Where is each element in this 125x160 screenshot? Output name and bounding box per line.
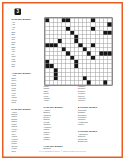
empty-cell [70,43,74,47]
empty-cell [46,35,50,39]
empty-cell [62,72,66,76]
empty-cell [62,35,66,39]
empty-cell [95,23,99,27]
empty-cell [91,72,95,76]
empty-cell [79,31,83,35]
empty-cell [79,77,83,81]
empty-cell [87,72,91,76]
empty-cell [66,23,70,27]
empty-cell [62,52,66,56]
black-cell [54,72,58,76]
empty-cell [83,64,87,68]
empty-cell [83,19,87,23]
empty-cell [108,64,112,68]
empty-cell [108,56,112,60]
empty-cell [70,23,74,27]
empty-cell [62,23,66,27]
word-group: 5 LETTER WORDSAppleBeachCabinDanceEagleF… [12,108,43,153]
black-cell [75,35,79,39]
empty-cell [104,43,108,47]
empty-cell [95,48,99,52]
empty-cell [95,35,99,39]
empty-cell [75,56,79,60]
empty-cell [54,81,58,85]
empty-cell [66,35,70,39]
empty-cell [70,60,74,64]
empty-cell [46,23,50,27]
empty-cell [46,77,50,81]
empty-cell [54,56,58,60]
empty-cell [104,35,108,39]
black-cell [104,52,108,56]
empty-cell [54,64,58,68]
empty-cell [66,56,70,60]
empty-cell [70,52,74,56]
empty-cell [95,31,99,35]
empty-cell [83,68,87,72]
empty-cell [108,43,112,47]
empty-cell [66,48,70,52]
empty-cell [62,64,66,68]
word-group: 9 LETTER WORDSAdventureButterflyChocolat… [78,130,109,143]
empty-cell [99,81,103,85]
puzzle-number-badge: 3 [15,9,22,16]
empty-cell [83,35,87,39]
empty-cell [75,72,79,76]
empty-cell [46,48,50,52]
empty-cell [50,19,54,23]
empty-cell [75,31,79,35]
empty-cell [66,72,70,76]
empty-cell [50,72,54,76]
black-cell [54,68,58,72]
empty-cell [66,81,70,85]
empty-cell [87,27,91,31]
empty-cell [87,48,91,52]
empty-cell [91,81,95,85]
empty-cell [62,81,66,85]
empty-cell [95,77,99,81]
empty-cell [50,27,54,31]
empty-cell [79,39,83,43]
empty-cell [46,56,50,60]
black-cell [70,56,74,60]
word-group: RadioSaladTableUncleViolaWagonYacht [44,85,75,102]
empty-cell [108,48,112,52]
black-cell [66,27,70,31]
empty-cell [70,64,74,68]
black-cell [66,52,70,56]
black-cell [91,19,95,23]
empty-cell [50,48,54,52]
empty-cell [104,56,108,60]
black-cell [66,19,70,23]
empty-cell [75,43,79,47]
empty-cell [50,52,54,56]
empty-cell [62,77,66,81]
word-list-item: Owl [12,65,43,67]
word-list-item: Infinity [78,124,109,126]
empty-cell [70,19,74,23]
empty-cell [75,52,79,56]
empty-cell [50,23,54,27]
empty-cell [62,56,66,60]
empty-cell [91,23,95,27]
empty-cell [104,72,108,76]
empty-cell [99,72,103,76]
black-cell [104,31,108,35]
empty-cell [104,39,108,43]
empty-cell [87,39,91,43]
empty-cell [50,60,54,64]
empty-cell [58,27,62,31]
black-cell [108,31,112,35]
empty-cell [99,68,103,72]
black-cell [50,64,54,68]
black-cell [91,56,95,60]
empty-cell [83,72,87,76]
empty-cell [91,68,95,72]
empty-cell [108,72,112,76]
black-cell [58,39,62,43]
empty-cell [79,19,83,23]
word-list-item: Nest [12,102,43,104]
empty-cell [99,19,103,23]
empty-cell [83,23,87,27]
empty-cell [54,39,58,43]
empty-cell [83,31,87,35]
word-group: 4 LETTER WORDSAcheBarnCaveDeerEchoFrogGa… [12,71,43,104]
empty-cell [108,35,112,39]
empty-cell [54,48,58,52]
empty-cell [95,81,99,85]
empty-cell [58,52,62,56]
empty-cell [50,77,54,81]
empty-cell [87,35,91,39]
empty-cell [91,35,95,39]
empty-cell [75,23,79,27]
word-list-column-1: 3 LETTER WORDSAceAgeArmArtBagBatCapCarDo… [12,18,43,156]
empty-cell [99,43,103,47]
empty-cell [87,43,91,47]
empty-cell [108,77,112,81]
empty-cell [62,43,66,47]
empty-cell [95,27,99,31]
black-cell [62,19,66,23]
empty-cell [108,27,112,31]
empty-cell [79,48,83,52]
empty-cell [58,56,62,60]
empty-cell [66,77,70,81]
empty-cell [104,68,108,72]
word-list-item: Journey [78,100,109,102]
empty-cell [104,64,108,68]
black-cell [87,81,91,85]
empty-cell [95,60,99,64]
empty-cell [58,31,62,35]
empty-cell [75,19,79,23]
puzzle-page: 3 3 LETTER WORDSAceAgeArmArtBagBatCapCar… [0,0,125,160]
black-cell [108,52,112,56]
empty-cell [87,23,91,27]
black-cell [75,39,79,43]
black-cell [79,43,83,47]
page-footer: Fill-In Crossword Puzzle © www.printable… [0,151,125,153]
black-cell [75,60,79,64]
empty-cell [75,27,79,31]
black-cell [46,64,50,68]
word-group: 3 LETTER WORDSAceAgeArmArtBagBatCapCarDo… [12,18,43,68]
black-cell [62,48,66,52]
empty-cell [87,68,91,72]
empty-cell [108,19,112,23]
fill-in-grid [45,18,113,86]
empty-cell [54,27,58,31]
empty-cell [58,77,62,81]
empty-cell [95,56,99,60]
empty-cell [79,64,83,68]
empty-cell [79,52,83,56]
empty-cell [79,60,83,64]
word-group: 8 LETTER WORDSCalendarDaffodilElephantFo… [78,106,109,126]
word-list-item: Marble [44,138,75,140]
empty-cell [95,72,99,76]
empty-cell [70,48,74,52]
empty-cell [62,39,66,43]
empty-cell [66,64,70,68]
empty-cell [54,23,58,27]
empty-cell [50,35,54,39]
empty-cell [95,52,99,56]
empty-cell [70,35,74,39]
empty-cell [99,39,103,43]
empty-cell [83,27,87,31]
black-cell [83,77,87,81]
empty-cell [104,60,108,64]
empty-cell [70,77,74,81]
empty-cell [70,72,74,76]
empty-cell [62,68,66,72]
empty-cell [50,56,54,60]
empty-cell [46,68,50,72]
word-group: 6 LETTER WORDSAnchorBasketCameraDinnerEn… [44,106,75,141]
empty-cell [58,23,62,27]
empty-cell [95,19,99,23]
empty-cell [58,68,62,72]
word-list-column-3: CabinetDolphinExploreFortuneGlacierHarve… [78,85,109,146]
empty-cell [83,43,87,47]
empty-cell [87,31,91,35]
empty-cell [58,35,62,39]
empty-cell [66,39,70,43]
empty-cell [54,35,58,39]
empty-cell [99,56,103,60]
empty-cell [87,77,91,81]
word-list-item: Dandelion [78,140,109,142]
black-cell [87,52,91,56]
empty-cell [87,64,91,68]
empty-cell [99,64,103,68]
black-cell [75,64,79,68]
black-cell [104,81,108,85]
empty-cell [79,27,83,31]
empty-cell [104,27,108,31]
empty-cell [79,56,83,60]
empty-cell [104,48,108,52]
empty-cell [46,31,50,35]
empty-cell [54,19,58,23]
empty-cell [75,77,79,81]
empty-cell [99,60,103,64]
black-cell [91,27,95,31]
empty-cell [83,56,87,60]
empty-cell [46,52,50,56]
empty-cell [66,68,70,72]
black-cell [54,43,58,47]
empty-cell [87,60,91,64]
empty-cell [46,39,50,43]
empty-cell [95,39,99,43]
empty-cell [54,60,58,64]
empty-cell [95,64,99,68]
empty-cell [87,56,91,60]
empty-cell [108,39,112,43]
empty-cell [91,48,95,52]
black-cell [91,43,95,47]
empty-cell [104,23,108,27]
empty-cell [50,31,54,35]
empty-cell [58,81,62,85]
black-cell [83,48,87,52]
empty-cell [104,19,108,23]
empty-cell [99,48,103,52]
empty-cell [58,19,62,23]
black-cell [54,77,58,81]
black-cell [46,19,50,23]
empty-cell [99,23,103,27]
empty-cell [79,68,83,72]
empty-cell [54,31,58,35]
empty-cell [66,31,70,35]
empty-cell [83,52,87,56]
empty-cell [91,60,95,64]
empty-cell [66,60,70,64]
black-cell [99,52,103,56]
empty-cell [70,27,74,31]
empty-cell [58,64,62,68]
empty-cell [79,72,83,76]
empty-cell [58,43,62,47]
empty-cell [62,60,66,64]
black-cell [50,43,54,47]
black-cell [46,60,50,64]
empty-cell [91,31,95,35]
empty-cell [50,68,54,72]
word-list-item: Yacht [44,100,75,102]
word-group: CabinetDolphinExploreFortuneGlacierHarve… [78,85,109,102]
empty-cell [46,27,50,31]
word-list-column-2: RadioSaladTableUncleViolaWagonYacht6 LET… [44,85,75,154]
empty-cell [91,64,95,68]
empty-cell [108,68,112,72]
empty-cell [75,48,79,52]
empty-cell [79,23,83,27]
black-cell [108,23,112,27]
empty-cell [70,39,74,43]
empty-cell [95,43,99,47]
empty-cell [104,77,108,81]
empty-cell [108,60,112,64]
empty-cell [46,72,50,76]
empty-cell [58,60,62,64]
empty-cell [87,19,91,23]
empty-cell [50,39,54,43]
empty-cell [58,48,62,52]
empty-cell [83,60,87,64]
empty-cell [91,39,95,43]
empty-cell [91,77,95,81]
black-cell [70,31,74,35]
empty-cell [62,27,66,31]
empty-cell [62,31,66,35]
black-cell [46,43,50,47]
empty-cell [108,81,112,85]
empty-cell [70,81,74,85]
empty-cell [99,77,103,81]
empty-cell [50,81,54,85]
empty-cell [95,68,99,72]
empty-cell [99,27,103,31]
empty-cell [58,72,62,76]
empty-cell [66,43,70,47]
empty-cell [54,52,58,56]
empty-cell [99,31,103,35]
empty-cell [99,35,103,39]
empty-cell [75,68,79,72]
empty-cell [79,35,83,39]
empty-cell [91,52,95,56]
empty-cell [70,68,74,72]
word-list-header: 3 LETTER WORDS [12,18,43,21]
word-group: 7 LETTER WORDSBalance [44,144,75,150]
empty-cell [83,39,87,43]
